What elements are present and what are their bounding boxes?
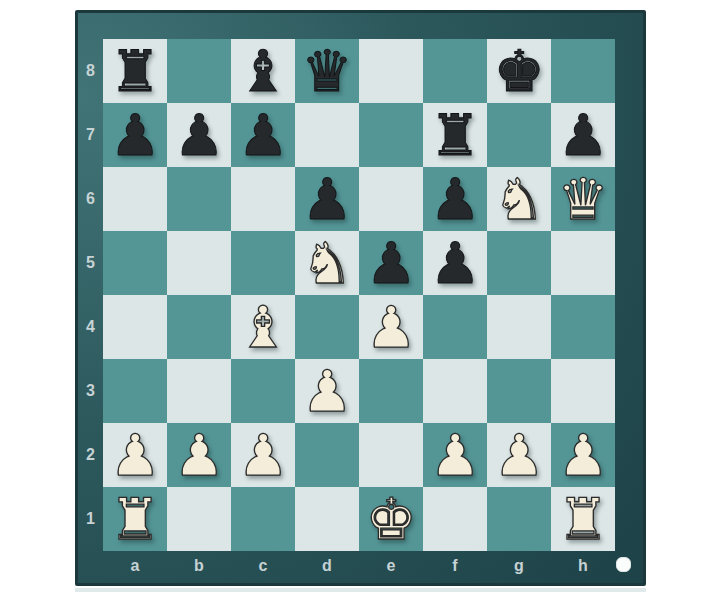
square-b1[interactable] [167, 487, 231, 551]
piece-white-rook-h1[interactable]: ♜ [557, 487, 608, 551]
square-g1[interactable] [487, 487, 551, 551]
square-h4[interactable] [551, 295, 615, 359]
square-e3[interactable] [359, 359, 423, 423]
piece-white-pawn-a2[interactable]: ♟ [109, 423, 160, 487]
piece-black-queen-d8[interactable]: ♛ [301, 39, 352, 103]
square-g3[interactable] [487, 359, 551, 423]
square-a1[interactable]: ♜ [103, 487, 167, 551]
piece-black-pawn-f6[interactable]: ♟ [429, 167, 480, 231]
square-g7[interactable] [487, 103, 551, 167]
piece-white-knight-g6[interactable]: ♞ [493, 167, 544, 231]
piece-black-bishop-c8[interactable]: ♝ [237, 39, 288, 103]
square-e8[interactable] [359, 39, 423, 103]
rank-label-2: 2 [78, 423, 103, 487]
square-h7[interactable]: ♟ [551, 103, 615, 167]
square-d2[interactable] [295, 423, 359, 487]
square-e4[interactable]: ♟ [359, 295, 423, 359]
square-a6[interactable] [103, 167, 167, 231]
square-d4[interactable] [295, 295, 359, 359]
piece-white-queen-h6[interactable]: ♛ [557, 167, 608, 231]
page-background: ♜♝♛♚♟♟♟♜♟♟♟♞♛♞♟♟♝♟♟♟♟♟♟♟♟♜♚♜ 87654321 ab… [0, 0, 722, 600]
rank-label-4: 4 [78, 295, 103, 359]
square-e7[interactable] [359, 103, 423, 167]
square-h8[interactable] [551, 39, 615, 103]
square-d8[interactable]: ♛ [295, 39, 359, 103]
square-g6[interactable]: ♞ [487, 167, 551, 231]
square-e2[interactable] [359, 423, 423, 487]
square-a4[interactable] [103, 295, 167, 359]
square-a8[interactable]: ♜ [103, 39, 167, 103]
square-d1[interactable] [295, 487, 359, 551]
square-a5[interactable] [103, 231, 167, 295]
piece-black-pawn-f5[interactable]: ♟ [429, 231, 480, 295]
square-c3[interactable] [231, 359, 295, 423]
file-label-g: g [487, 551, 551, 581]
file-label-f: f [423, 551, 487, 581]
piece-black-king-g8[interactable]: ♚ [493, 39, 544, 103]
square-c6[interactable] [231, 167, 295, 231]
square-c4[interactable]: ♝ [231, 295, 295, 359]
square-h2[interactable]: ♟ [551, 423, 615, 487]
square-c2[interactable]: ♟ [231, 423, 295, 487]
piece-white-pawn-b2[interactable]: ♟ [173, 423, 224, 487]
square-c8[interactable]: ♝ [231, 39, 295, 103]
square-d7[interactable] [295, 103, 359, 167]
square-g2[interactable]: ♟ [487, 423, 551, 487]
square-d5[interactable]: ♞ [295, 231, 359, 295]
square-e6[interactable] [359, 167, 423, 231]
file-label-a: a [103, 551, 167, 581]
square-b2[interactable]: ♟ [167, 423, 231, 487]
square-a7[interactable]: ♟ [103, 103, 167, 167]
square-b4[interactable] [167, 295, 231, 359]
rank-label-1: 1 [78, 487, 103, 551]
square-h5[interactable] [551, 231, 615, 295]
square-c1[interactable] [231, 487, 295, 551]
square-e1[interactable]: ♚ [359, 487, 423, 551]
rank-label-6: 6 [78, 167, 103, 231]
square-b5[interactable] [167, 231, 231, 295]
square-c7[interactable]: ♟ [231, 103, 295, 167]
piece-white-bishop-c4[interactable]: ♝ [237, 295, 288, 359]
square-b6[interactable] [167, 167, 231, 231]
square-f6[interactable]: ♟ [423, 167, 487, 231]
piece-white-pawn-d3[interactable]: ♟ [301, 359, 352, 423]
piece-black-rook-f7[interactable]: ♜ [429, 103, 480, 167]
square-f4[interactable] [423, 295, 487, 359]
square-f7[interactable]: ♜ [423, 103, 487, 167]
file-label-b: b [167, 551, 231, 581]
square-b8[interactable] [167, 39, 231, 103]
file-label-h: h [551, 551, 615, 581]
piece-white-pawn-g2[interactable]: ♟ [493, 423, 544, 487]
chess-board-frame: ♜♝♛♚♟♟♟♜♟♟♟♞♛♞♟♟♝♟♟♟♟♟♟♟♟♜♚♜ 87654321 ab… [75, 10, 646, 586]
square-e5[interactable]: ♟ [359, 231, 423, 295]
square-g5[interactable] [487, 231, 551, 295]
file-label-e: e [359, 551, 423, 581]
file-label-c: c [231, 551, 295, 581]
rank-label-3: 3 [78, 359, 103, 423]
piece-white-knight-d5[interactable]: ♞ [301, 231, 352, 295]
piece-black-pawn-b7[interactable]: ♟ [173, 103, 224, 167]
piece-black-pawn-a7[interactable]: ♟ [109, 103, 160, 167]
piece-black-pawn-d6[interactable]: ♟ [301, 167, 352, 231]
rank-label-5: 5 [78, 231, 103, 295]
square-f3[interactable] [423, 359, 487, 423]
piece-black-pawn-c7[interactable]: ♟ [237, 103, 288, 167]
square-h3[interactable] [551, 359, 615, 423]
square-h1[interactable]: ♜ [551, 487, 615, 551]
file-label-d: d [295, 551, 359, 581]
square-h6[interactable]: ♛ [551, 167, 615, 231]
square-f8[interactable] [423, 39, 487, 103]
white-to-move-indicator [616, 557, 631, 572]
piece-black-rook-a8[interactable]: ♜ [109, 39, 160, 103]
square-f1[interactable] [423, 487, 487, 551]
piece-white-rook-a1[interactable]: ♜ [109, 487, 160, 551]
piece-white-pawn-e4[interactable]: ♟ [365, 295, 416, 359]
square-f2[interactable]: ♟ [423, 423, 487, 487]
square-b3[interactable] [167, 359, 231, 423]
rank-label-8: 8 [78, 39, 103, 103]
square-d6[interactable]: ♟ [295, 167, 359, 231]
chess-board: ♜♝♛♚♟♟♟♜♟♟♟♞♛♞♟♟♝♟♟♟♟♟♟♟♟♜♚♜ [103, 39, 615, 551]
piece-white-king-e1[interactable]: ♚ [365, 487, 416, 551]
square-g8[interactable]: ♚ [487, 39, 551, 103]
piece-black-pawn-h7[interactable]: ♟ [557, 103, 608, 167]
piece-white-pawn-c2[interactable]: ♟ [237, 423, 288, 487]
rank-label-7: 7 [78, 103, 103, 167]
square-a2[interactable]: ♟ [103, 423, 167, 487]
piece-white-pawn-h2[interactable]: ♟ [557, 423, 608, 487]
square-d3[interactable]: ♟ [295, 359, 359, 423]
square-b7[interactable]: ♟ [167, 103, 231, 167]
square-f5[interactable]: ♟ [423, 231, 487, 295]
piece-white-pawn-f2[interactable]: ♟ [429, 423, 480, 487]
square-c5[interactable] [231, 231, 295, 295]
square-a3[interactable] [103, 359, 167, 423]
piece-black-pawn-e5[interactable]: ♟ [365, 231, 416, 295]
square-g4[interactable] [487, 295, 551, 359]
